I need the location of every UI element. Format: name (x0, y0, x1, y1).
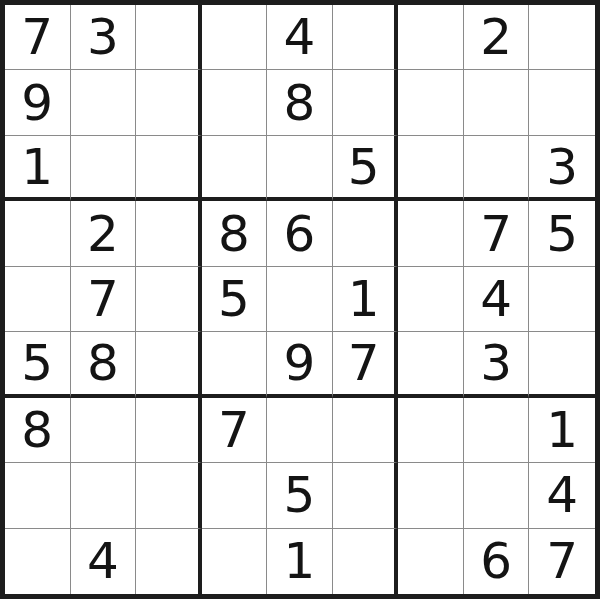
cell-r4c5: 6 (267, 201, 333, 266)
cell-r8c6[interactable] (333, 463, 399, 528)
given-digit: 1 (284, 536, 316, 586)
cell-r5c5[interactable] (267, 267, 333, 332)
cell-r5c2: 7 (71, 267, 137, 332)
cell-r1c3[interactable] (136, 5, 202, 70)
cell-r5c9[interactable] (529, 267, 595, 332)
cell-r1c8: 2 (464, 5, 530, 70)
cell-r4c6[interactable] (333, 201, 399, 266)
cell-r4c8: 7 (464, 201, 530, 266)
cell-r7c5[interactable] (267, 398, 333, 463)
given-digit: 2 (87, 209, 119, 259)
cell-r5c8: 4 (464, 267, 530, 332)
cell-r6c6: 7 (333, 332, 399, 397)
cell-r1c2: 3 (71, 5, 137, 70)
given-digit: 6 (480, 536, 512, 586)
cell-r4c4: 8 (202, 201, 268, 266)
cell-r3c2[interactable] (71, 136, 137, 201)
cell-r4c1[interactable] (5, 201, 71, 266)
given-digit: 8 (21, 405, 53, 455)
cell-r2c2[interactable] (71, 70, 137, 135)
cell-r7c2[interactable] (71, 398, 137, 463)
cell-r6c1: 5 (5, 332, 71, 397)
given-digit: 5 (284, 470, 316, 520)
cell-r6c8: 3 (464, 332, 530, 397)
cell-r6c2: 8 (71, 332, 137, 397)
cell-r8c4[interactable] (202, 463, 268, 528)
cell-r5c4: 5 (202, 267, 268, 332)
cell-r9c3[interactable] (136, 529, 202, 594)
given-digit: 7 (480, 209, 512, 259)
given-digit: 7 (348, 338, 380, 388)
cell-r1c7[interactable] (398, 5, 464, 70)
cell-r2c9[interactable] (529, 70, 595, 135)
given-digit: 3 (87, 12, 119, 62)
cell-r5c1[interactable] (5, 267, 71, 332)
cell-r7c1: 8 (5, 398, 71, 463)
cell-r3c3[interactable] (136, 136, 202, 201)
cell-r6c4[interactable] (202, 332, 268, 397)
given-digit: 5 (21, 338, 53, 388)
given-digit: 6 (284, 209, 316, 259)
cell-r9c8: 6 (464, 529, 530, 594)
given-digit: 7 (218, 405, 250, 455)
cell-r8c8[interactable] (464, 463, 530, 528)
cell-r5c3[interactable] (136, 267, 202, 332)
given-digit: 8 (218, 209, 250, 259)
cell-r8c9: 4 (529, 463, 595, 528)
cell-r2c4[interactable] (202, 70, 268, 135)
cell-r3c4[interactable] (202, 136, 268, 201)
cell-r7c9: 1 (529, 398, 595, 463)
given-digit: 5 (348, 142, 380, 192)
cell-r3c7[interactable] (398, 136, 464, 201)
cell-r3c5[interactable] (267, 136, 333, 201)
cell-r6c9[interactable] (529, 332, 595, 397)
given-digit: 1 (546, 405, 578, 455)
sudoku-board: 73429815328675751458973871544167 (0, 0, 600, 599)
cell-r9c2: 4 (71, 529, 137, 594)
given-digit: 9 (284, 338, 316, 388)
given-digit: 8 (284, 78, 316, 128)
cell-r6c5: 9 (267, 332, 333, 397)
cell-r1c6[interactable] (333, 5, 399, 70)
cell-r7c6[interactable] (333, 398, 399, 463)
cell-r2c7[interactable] (398, 70, 464, 135)
cell-r8c2[interactable] (71, 463, 137, 528)
cell-r3c6: 5 (333, 136, 399, 201)
given-digit: 7 (87, 274, 119, 324)
cell-r1c5: 4 (267, 5, 333, 70)
given-digit: 5 (546, 209, 578, 259)
cell-r2c5: 8 (267, 70, 333, 135)
given-digit: 4 (480, 274, 512, 324)
cell-r9c7[interactable] (398, 529, 464, 594)
given-digit: 8 (87, 338, 119, 388)
cell-r7c7[interactable] (398, 398, 464, 463)
cell-r7c8[interactable] (464, 398, 530, 463)
given-digit: 3 (480, 338, 512, 388)
given-digit: 9 (21, 78, 53, 128)
cell-r1c4[interactable] (202, 5, 268, 70)
given-digit: 3 (546, 142, 578, 192)
cell-r2c1: 9 (5, 70, 71, 135)
cell-r6c7[interactable] (398, 332, 464, 397)
cell-r2c3[interactable] (136, 70, 202, 135)
cell-r8c7[interactable] (398, 463, 464, 528)
cell-r4c7[interactable] (398, 201, 464, 266)
given-digit: 1 (348, 274, 380, 324)
cell-r9c5: 1 (267, 529, 333, 594)
cell-r6c3[interactable] (136, 332, 202, 397)
cell-r3c1: 1 (5, 136, 71, 201)
cell-r2c6[interactable] (333, 70, 399, 135)
cell-r3c9: 3 (529, 136, 595, 201)
given-digit: 1 (21, 142, 53, 192)
cell-r2c8[interactable] (464, 70, 530, 135)
given-digit: 4 (284, 12, 316, 62)
given-digit: 7 (546, 536, 578, 586)
cell-r1c1: 7 (5, 5, 71, 70)
cell-r8c5: 5 (267, 463, 333, 528)
cell-r3c8[interactable] (464, 136, 530, 201)
cell-r7c4: 7 (202, 398, 268, 463)
cell-r4c9: 5 (529, 201, 595, 266)
cell-r7c3[interactable] (136, 398, 202, 463)
cell-r8c3[interactable] (136, 463, 202, 528)
given-digit: 7 (21, 12, 53, 62)
cell-r5c6: 1 (333, 267, 399, 332)
given-digit: 4 (87, 536, 119, 586)
cell-r4c2: 2 (71, 201, 137, 266)
given-digit: 2 (480, 12, 512, 62)
cell-r4c3[interactable] (136, 201, 202, 266)
given-digit: 4 (546, 470, 578, 520)
cell-r5c7[interactable] (398, 267, 464, 332)
cell-r9c9: 7 (529, 529, 595, 594)
cell-r9c1[interactable] (5, 529, 71, 594)
given-digit: 5 (218, 274, 250, 324)
cell-r8c1[interactable] (5, 463, 71, 528)
cell-r9c4[interactable] (202, 529, 268, 594)
cell-r1c9[interactable] (529, 5, 595, 70)
cell-r9c6[interactable] (333, 529, 399, 594)
